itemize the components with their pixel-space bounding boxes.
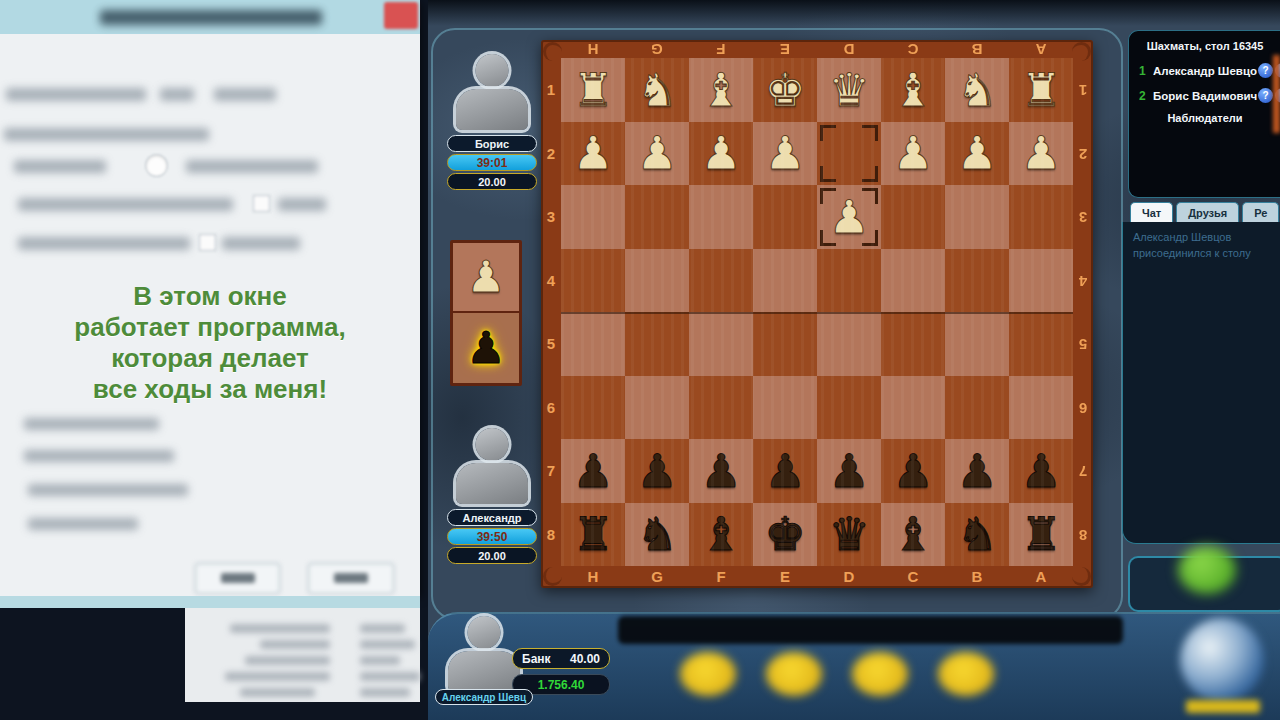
square-a5[interactable] — [1009, 312, 1073, 376]
square-f8[interactable]: ♝ — [689, 503, 753, 567]
black-pawn-icon-active: ♟ — [466, 326, 505, 370]
seat-row: 2 Борис Вадимович ? — [1129, 83, 1280, 108]
top-shade — [428, 0, 1280, 26]
action-button-blurred[interactable] — [938, 652, 994, 696]
white-pawn: ♟ — [572, 130, 613, 176]
square-g5[interactable] — [625, 312, 689, 376]
blurred-text — [186, 160, 318, 173]
white-knight: ♞ — [956, 67, 997, 113]
square-g2[interactable]: ♟ — [625, 122, 689, 186]
action-button-blurred[interactable] — [852, 652, 908, 696]
rank-label: 5 — [541, 312, 561, 376]
rank-label: 7 — [541, 439, 561, 503]
close-button[interactable] — [384, 2, 418, 29]
blurred-text — [240, 688, 315, 697]
rank-label: 6 — [1073, 376, 1093, 440]
square-e6[interactable] — [753, 376, 817, 440]
bank-pill: Банк 40.00 — [512, 648, 610, 669]
blurred-text — [360, 640, 415, 649]
blurred-text — [260, 640, 330, 649]
overlay-line: все ходы за меня! — [0, 374, 420, 405]
file-label: D — [817, 40, 881, 58]
black-bishop: ♝ — [700, 511, 741, 557]
file-label: B — [945, 40, 1009, 58]
logo-caption-blurred — [1186, 700, 1260, 713]
seat-number: 1 — [1139, 64, 1153, 78]
square-d3[interactable]: ♟ — [817, 185, 881, 249]
rank-label: 4 — [1073, 249, 1093, 313]
chat-panel: Александр Шевцов присоединился к столу — [1122, 222, 1280, 544]
white-pawn: ♟ — [636, 130, 677, 176]
square-c8[interactable]: ♝ — [881, 503, 945, 567]
table-info-panel: Шахматы, стол 16345 1 Александр Шевцо ? … — [1128, 30, 1280, 198]
black-pawn-cell[interactable]: ♟ — [453, 313, 519, 383]
file-label: E — [753, 40, 817, 58]
rank-label: 1 — [1073, 58, 1093, 122]
square-d7[interactable]: ♟ — [817, 439, 881, 503]
square-e2[interactable]: ♟ — [753, 122, 817, 186]
square-d2[interactable] — [817, 122, 881, 186]
white-pawn: ♟ — [700, 130, 741, 176]
blurred-text — [278, 198, 326, 211]
white-pawn: ♟ — [956, 130, 997, 176]
square-e4[interactable] — [753, 249, 817, 313]
white-king: ♚ — [764, 67, 805, 113]
seat-row: 1 Александр Шевцо ? — [1129, 58, 1280, 83]
corner-ornament — [543, 42, 562, 61]
blurred-text — [18, 237, 190, 250]
blurred-strip — [618, 616, 1123, 644]
square-d6[interactable] — [817, 376, 881, 440]
blurred-text — [214, 88, 276, 101]
player-name[interactable]: Борис Вадимович — [1153, 90, 1258, 102]
black-pawn: ♟ — [956, 448, 997, 494]
black-pawn: ♟ — [572, 448, 613, 494]
observers-label[interactable]: Наблюдатели — [1129, 112, 1280, 124]
ok-button-blurred[interactable] — [195, 563, 280, 594]
square-e3[interactable] — [753, 185, 817, 249]
square-h3[interactable] — [561, 185, 625, 249]
file-label: H — [561, 566, 625, 588]
seat-number: 2 — [1139, 89, 1153, 103]
checkbox[interactable] — [200, 235, 215, 250]
square-b6[interactable] — [945, 376, 1009, 440]
square-e8[interactable]: ♚ — [753, 503, 817, 567]
radio-indicator[interactable] — [146, 155, 167, 176]
chat-message: Александр Шевцов присоединился к столу — [1123, 222, 1280, 262]
square-b8[interactable]: ♞ — [945, 503, 1009, 567]
white-pawn-icon: ♟ — [466, 255, 505, 299]
window-strip — [0, 596, 420, 608]
chess-board: HGFEDCBA HGFEDCBA 12345678 12345678 ♜♞♝♚… — [541, 40, 1093, 588]
square-f7[interactable]: ♟ — [689, 439, 753, 503]
player-stake: 20.00 — [447, 547, 537, 564]
square-h4[interactable] — [561, 249, 625, 313]
blurred-text — [14, 160, 106, 173]
square-e7[interactable]: ♟ — [753, 439, 817, 503]
bank-value: 40.00 — [570, 652, 600, 666]
blurred-text — [24, 450, 174, 462]
file-label: C — [881, 566, 945, 588]
file-label: G — [625, 40, 689, 58]
file-label: D — [817, 566, 881, 588]
rank-label: 8 — [541, 503, 561, 567]
square-a6[interactable] — [1009, 376, 1073, 440]
logo-blob-blurred — [1178, 546, 1236, 594]
white-pawn: ♟ — [892, 130, 933, 176]
bottom-bar: Александр Шевц Банк 40.00 1.756.40 — [428, 612, 1280, 720]
player-name[interactable]: Александр Шевцо — [1153, 65, 1258, 77]
blurred-text — [18, 198, 233, 211]
blurred-text — [160, 88, 194, 101]
overlay-line: работает программа, — [0, 312, 420, 343]
table-title: Шахматы, стол 16345 — [1133, 40, 1277, 52]
square-b5[interactable] — [945, 312, 1009, 376]
square-e5[interactable] — [753, 312, 817, 376]
file-label: B — [945, 566, 1009, 588]
avatar — [450, 428, 534, 504]
rank-labels-right: 12345678 — [1073, 58, 1093, 566]
blurred-text — [360, 624, 405, 633]
square-h7[interactable]: ♟ — [561, 439, 625, 503]
cancel-button-blurred[interactable] — [308, 563, 394, 594]
balance-value: 1.756.40 — [538, 678, 585, 692]
black-rook: ♜ — [1020, 511, 1061, 557]
file-labels-top: HGFEDCBA — [561, 40, 1073, 58]
square-b4[interactable] — [945, 249, 1009, 313]
square-d5[interactable] — [817, 312, 881, 376]
square-h8[interactable]: ♜ — [561, 503, 625, 567]
player-panel-top: Борис 39:01 20.00 — [442, 54, 542, 190]
square-g7[interactable]: ♟ — [625, 439, 689, 503]
square-h1[interactable]: ♜ — [561, 58, 625, 122]
square-g1[interactable]: ♞ — [625, 58, 689, 122]
action-button-blurred[interactable] — [680, 652, 736, 696]
square-c7[interactable]: ♟ — [881, 439, 945, 503]
rank-label: 8 — [1073, 503, 1093, 567]
black-king: ♚ — [764, 511, 805, 557]
rank-label: 6 — [541, 376, 561, 440]
rank-label: 5 — [1073, 312, 1093, 376]
square-a3[interactable] — [1009, 185, 1073, 249]
square-a4[interactable] — [1009, 249, 1073, 313]
black-pawn: ♟ — [636, 448, 677, 494]
square-c5[interactable] — [881, 312, 945, 376]
blurred-text — [360, 656, 400, 665]
board-seam — [561, 312, 1073, 314]
black-pawn: ♟ — [764, 448, 805, 494]
turn-indicator-tray: ♟ ♟ — [450, 240, 522, 386]
overlay-line: которая делает — [0, 343, 420, 374]
black-pawn: ♟ — [892, 448, 933, 494]
corner-ornament — [1072, 42, 1091, 61]
black-rook: ♜ — [572, 511, 613, 557]
file-label: H — [561, 40, 625, 58]
blurred-text — [222, 237, 300, 250]
black-bishop: ♝ — [892, 511, 933, 557]
blurred-text — [225, 672, 330, 681]
tab-Ре[interactable]: Ре — [1242, 202, 1279, 223]
rank-label: 1 — [541, 58, 561, 122]
white-knight: ♞ — [636, 67, 677, 113]
rank-label: 2 — [1073, 122, 1093, 186]
square-g6[interactable] — [625, 376, 689, 440]
file-label: F — [689, 566, 753, 588]
square-a2[interactable]: ♟ — [1009, 122, 1073, 186]
overlay-line: В этом окне — [0, 281, 420, 312]
square-f5[interactable] — [689, 312, 753, 376]
square-f1[interactable]: ♝ — [689, 58, 753, 122]
player-name-pill: Борис — [447, 135, 537, 152]
help-icon[interactable]: ? — [1258, 88, 1273, 103]
blurred-text — [245, 656, 330, 665]
avatar — [450, 54, 534, 130]
square-f6[interactable] — [689, 376, 753, 440]
square-g8[interactable]: ♞ — [625, 503, 689, 567]
square-c1[interactable]: ♝ — [881, 58, 945, 122]
overlay-note: В этом окнеработает программа,которая де… — [0, 281, 420, 405]
window-title-blurred — [100, 10, 322, 25]
square-b2[interactable]: ♟ — [945, 122, 1009, 186]
square-c4[interactable] — [881, 249, 945, 313]
rank-label: 4 — [541, 249, 561, 313]
square-a7[interactable]: ♟ — [1009, 439, 1073, 503]
checkbox[interactable] — [254, 196, 269, 211]
square-h6[interactable] — [561, 376, 625, 440]
tab-Чат[interactable]: Чат — [1130, 202, 1173, 223]
blurred-text — [230, 624, 330, 633]
bank-label: Банк — [522, 652, 551, 666]
corner-ornament — [543, 567, 562, 586]
chess-app: HGFEDCBA HGFEDCBA 12345678 12345678 ♜♞♝♚… — [428, 0, 1280, 720]
edge-element-blurred — [1273, 55, 1280, 133]
square-c3[interactable] — [881, 185, 945, 249]
square-f2[interactable]: ♟ — [689, 122, 753, 186]
black-knight: ♞ — [636, 511, 677, 557]
file-label: E — [753, 566, 817, 588]
white-bishop: ♝ — [892, 67, 933, 113]
tab-Друзья[interactable]: Друзья — [1176, 202, 1239, 223]
window-titlebar — [0, 0, 420, 34]
site-logo-blurred — [1180, 618, 1264, 702]
file-label: A — [1009, 40, 1073, 58]
blurred-text — [360, 672, 420, 681]
white-pawn: ♟ — [1020, 130, 1061, 176]
blurred-text — [28, 518, 138, 530]
background-window — [185, 608, 420, 702]
square-h5[interactable] — [561, 312, 625, 376]
white-queen: ♛ — [828, 67, 869, 113]
blurred-text — [6, 88, 146, 101]
square-b3[interactable] — [945, 185, 1009, 249]
last-move-marker — [820, 188, 878, 246]
black-pawn: ♟ — [700, 448, 741, 494]
action-button-blurred[interactable] — [766, 652, 822, 696]
black-pawn: ♟ — [828, 448, 869, 494]
square-d8[interactable]: ♛ — [817, 503, 881, 567]
rank-label: 7 — [1073, 439, 1093, 503]
black-pawn: ♟ — [1020, 448, 1061, 494]
rank-label: 3 — [1073, 185, 1093, 249]
white-rook: ♜ — [1020, 67, 1061, 113]
black-queen: ♛ — [828, 511, 869, 557]
square-f4[interactable] — [689, 249, 753, 313]
corner-ornament — [1072, 567, 1091, 586]
square-h2[interactable]: ♟ — [561, 122, 625, 186]
square-a8[interactable]: ♜ — [1009, 503, 1073, 567]
file-label: A — [1009, 566, 1073, 588]
square-g3[interactable] — [625, 185, 689, 249]
white-bishop: ♝ — [700, 67, 741, 113]
file-label: C — [881, 40, 945, 58]
rank-label: 3 — [541, 185, 561, 249]
blurred-text — [28, 484, 188, 496]
blurred-text — [4, 128, 209, 141]
file-label: F — [689, 40, 753, 58]
file-label: G — [625, 566, 689, 588]
player-clock: 39:50 — [447, 528, 537, 545]
square-a1[interactable]: ♜ — [1009, 58, 1073, 122]
white-rook: ♜ — [572, 67, 613, 113]
square-c2[interactable]: ♟ — [881, 122, 945, 186]
player-stake: 20.00 — [447, 173, 537, 190]
white-pawn-cell[interactable]: ♟ — [453, 243, 519, 313]
square-d4[interactable] — [817, 249, 881, 313]
blurred-text — [360, 688, 410, 697]
square-b1[interactable]: ♞ — [945, 58, 1009, 122]
white-pawn: ♟ — [764, 130, 805, 176]
square-e1[interactable]: ♚ — [753, 58, 817, 122]
help-icon[interactable]: ? — [1258, 63, 1273, 78]
last-move-marker — [820, 125, 878, 183]
rank-labels-left: 12345678 — [541, 58, 561, 566]
self-name-pill: Александр Шевц — [435, 689, 533, 705]
player-clock: 39:01 — [447, 154, 537, 171]
square-d1[interactable]: ♛ — [817, 58, 881, 122]
square-b7[interactable]: ♟ — [945, 439, 1009, 503]
settings-window: В этом окнеработает программа,которая де… — [0, 0, 420, 596]
black-knight: ♞ — [956, 511, 997, 557]
chat-tabs: ЧатДрузьяРе — [1130, 202, 1280, 223]
square-f3[interactable] — [689, 185, 753, 249]
square-g4[interactable] — [625, 249, 689, 313]
square-c6[interactable] — [881, 376, 945, 440]
player-panel-bottom: Александр 39:50 20.00 — [442, 428, 542, 564]
rank-label: 2 — [541, 122, 561, 186]
player-name-pill: Александр — [447, 509, 537, 526]
blurred-text — [24, 418, 159, 430]
file-labels-bottom: HGFEDCBA — [561, 566, 1073, 588]
